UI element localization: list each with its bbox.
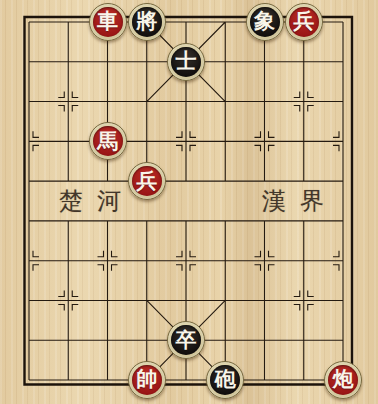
- piece-glyph: 將: [136, 11, 157, 32]
- pieces-layer: 車將象兵士馬兵卒帥砲炮: [9, 2, 362, 400]
- red-general-piece[interactable]: 帥: [128, 361, 166, 399]
- piece-disc: 士: [171, 47, 201, 77]
- red-soldier-1-piece[interactable]: 兵: [285, 3, 323, 41]
- piece-disc: 帥: [132, 365, 162, 395]
- piece-glyph: 車: [97, 11, 118, 32]
- piece-disc: 兵: [132, 166, 162, 196]
- red-horse-piece[interactable]: 馬: [89, 122, 127, 160]
- piece-glyph: 卒: [176, 329, 197, 350]
- piece-disc: 將: [132, 7, 162, 37]
- piece-glyph: 象: [254, 11, 275, 32]
- red-chariot-piece[interactable]: 車: [89, 3, 127, 41]
- xiangqi-board: 楚河 漢界 車將象兵士馬兵卒帥砲炮: [0, 0, 378, 404]
- piece-glyph: 炮: [333, 369, 354, 390]
- piece-disc: 象: [250, 7, 280, 37]
- piece-glyph: 砲: [215, 369, 236, 390]
- piece-disc: 卒: [171, 325, 201, 355]
- piece-glyph: 兵: [136, 170, 157, 191]
- black-cannon-piece[interactable]: 砲: [206, 361, 244, 399]
- piece-disc: 馬: [93, 126, 123, 156]
- black-general-piece[interactable]: 將: [128, 3, 166, 41]
- black-elephant-piece[interactable]: 象: [246, 3, 284, 41]
- piece-glyph: 兵: [293, 11, 314, 32]
- black-advisor-piece[interactable]: 士: [167, 43, 205, 81]
- piece-glyph: 帥: [136, 369, 157, 390]
- red-cannon-piece[interactable]: 炮: [324, 361, 362, 399]
- piece-disc: 兵: [289, 7, 319, 37]
- red-soldier-2-piece[interactable]: 兵: [128, 162, 166, 200]
- piece-glyph: 馬: [97, 130, 118, 151]
- piece-glyph: 士: [176, 51, 197, 72]
- piece-disc: 砲: [210, 365, 240, 395]
- piece-disc: 車: [93, 7, 123, 37]
- piece-disc: 炮: [328, 365, 358, 395]
- black-soldier-piece[interactable]: 卒: [167, 321, 205, 359]
